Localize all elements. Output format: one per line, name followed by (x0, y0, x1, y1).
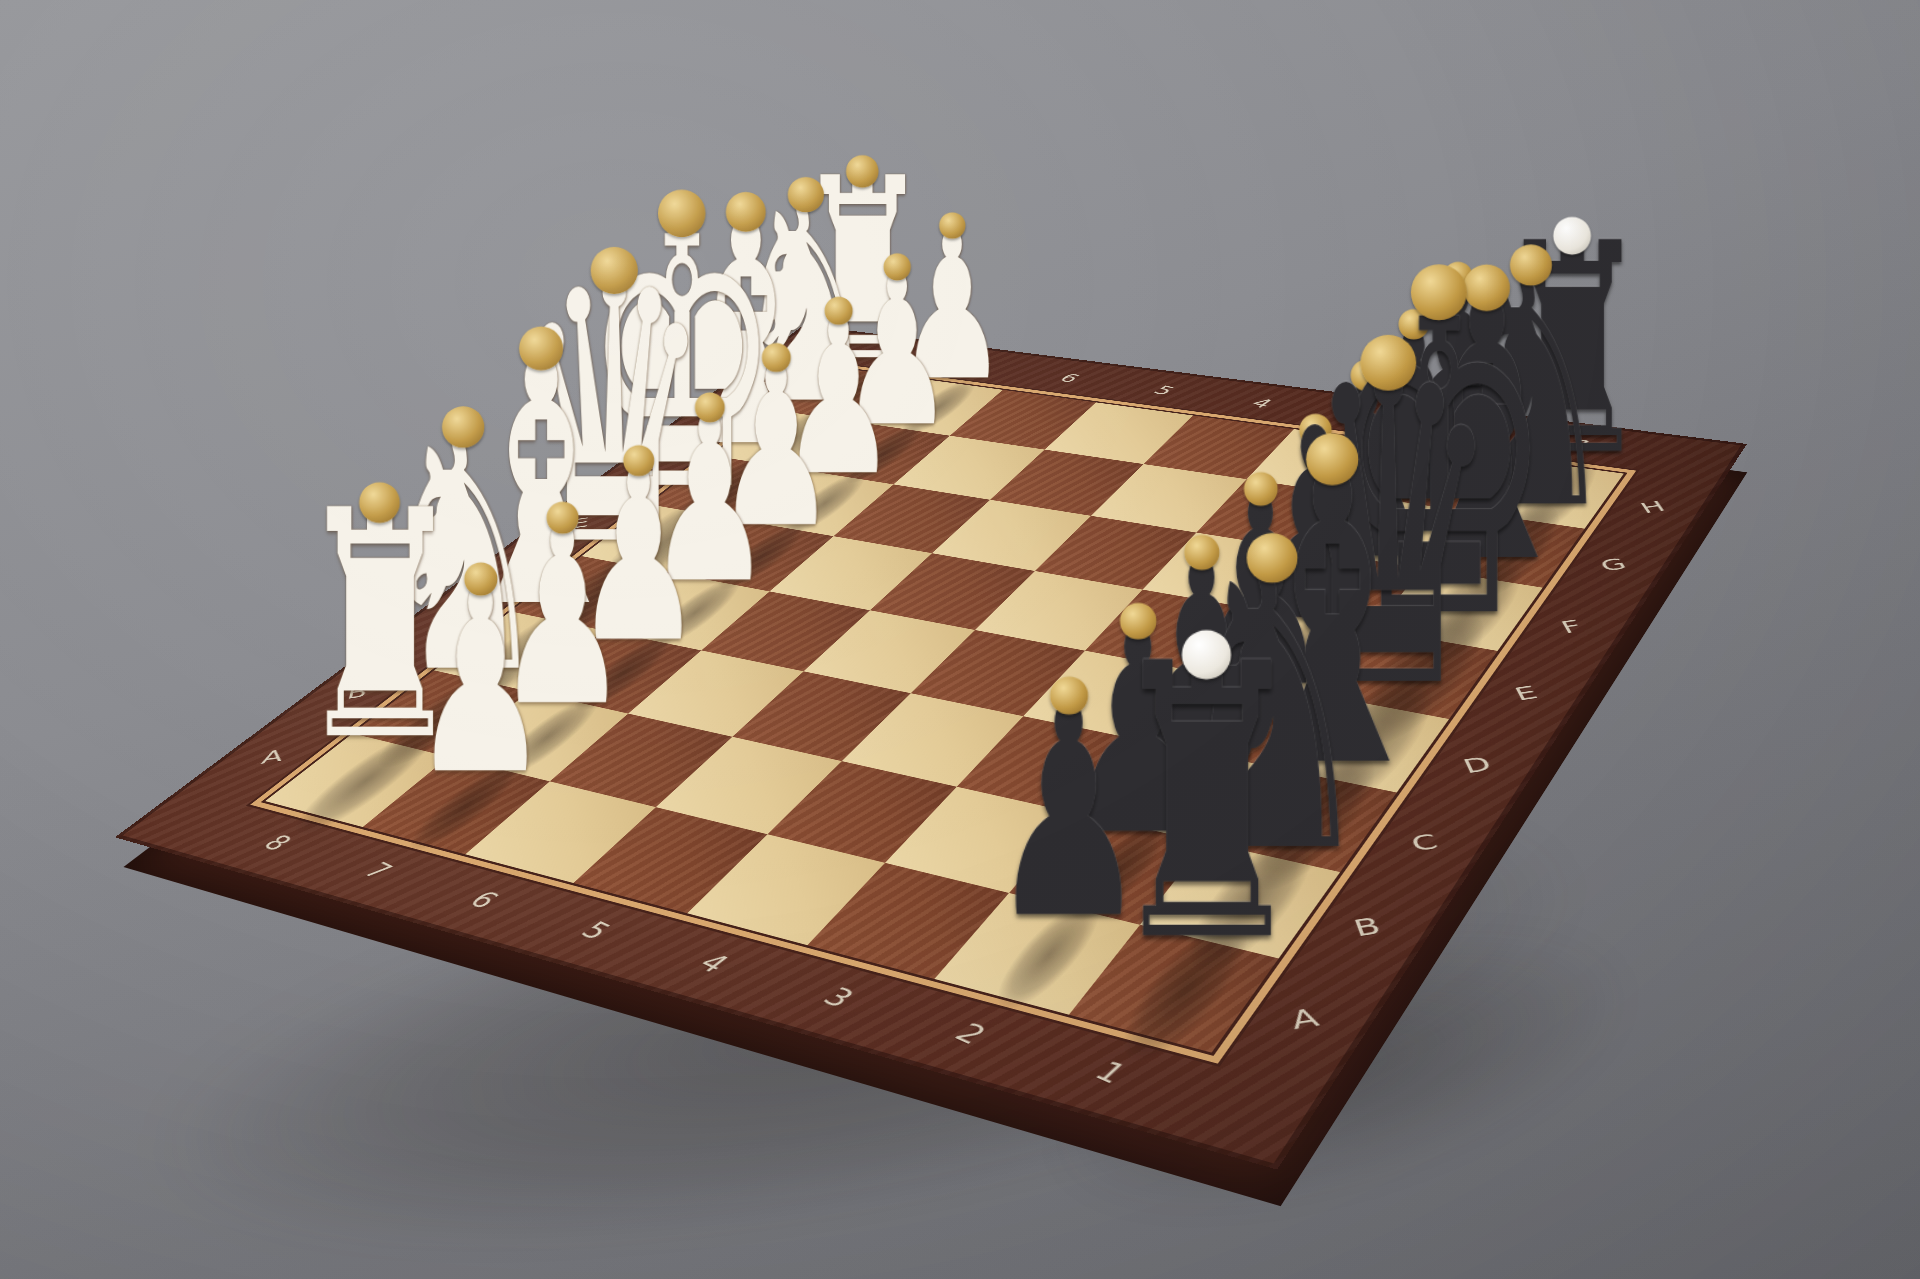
gold-finial-icon (442, 406, 484, 448)
square-b5[interactable] (656, 737, 842, 834)
gold-finial-icon (1246, 533, 1296, 583)
coord-label-left-8-0: 8 (258, 832, 296, 854)
coord-label-left-6-2: 6 (464, 888, 504, 912)
gold-finial-icon (518, 326, 562, 370)
coord-label-right-5-3: 5 (1149, 384, 1177, 397)
coord-label-left-7-1: 7 (358, 859, 397, 882)
gold-finial-icon (545, 501, 577, 533)
photo-backdrop: ABCDEFGHABCDEFGH8765432187654321♜♞♟♝♟♚♟♛… (0, 0, 1920, 1279)
square-a4[interactable] (687, 834, 885, 945)
piece-white-pawn-a7[interactable]: ♟ (364, 552, 595, 809)
coord-label-right-6-2: 6 (1055, 372, 1083, 385)
coord-label-left-2-6: 2 (948, 1019, 991, 1048)
square-b4[interactable] (767, 761, 956, 863)
square-c5[interactable] (732, 671, 910, 761)
coord-label-left-1-7: 1 (1088, 1057, 1131, 1087)
gold-finial-icon (1305, 433, 1358, 486)
gold-finial-icon (359, 482, 400, 523)
gold-finial-icon (1359, 335, 1415, 391)
gold-finial-icon (1182, 630, 1231, 679)
gold-finial-icon (463, 562, 496, 595)
piece-black-rook-a1[interactable]: ♜ (1037, 616, 1376, 995)
square-a5[interactable] (573, 807, 767, 913)
coord-label-left-5-3: 5 (575, 918, 615, 943)
coord-label-bottom-a-0: A (1288, 1005, 1322, 1033)
coord-label-left-4-4: 4 (692, 950, 733, 976)
coord-label-left-3-5: 3 (817, 984, 859, 1012)
